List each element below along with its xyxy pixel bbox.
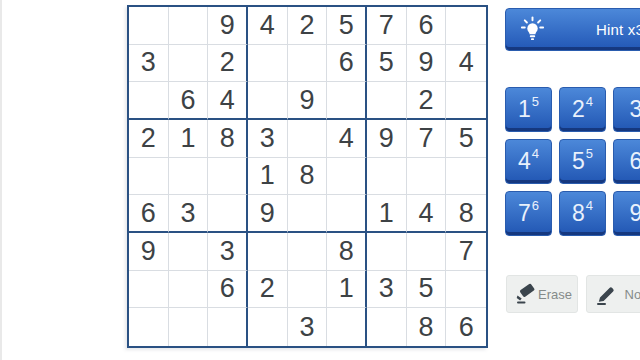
board-cell-r2c2[interactable] <box>169 45 209 83</box>
board-cell-r2c8[interactable]: 9 <box>407 45 447 83</box>
hint-button[interactable]: Hint x3 <box>505 8 640 51</box>
board-cell-r8c9[interactable] <box>446 271 486 309</box>
board-cell-r3c3[interactable]: 4 <box>208 82 248 120</box>
board-cell-r1c8[interactable]: 6 <box>407 7 447 45</box>
board-cell-r5c4[interactable]: 1 <box>248 158 288 196</box>
board-cell-r2c9[interactable]: 4 <box>446 45 486 83</box>
numpad-count: 6 <box>532 199 539 212</box>
board-cell-r4c7[interactable]: 9 <box>367 120 407 158</box>
board-cell-r7c7[interactable] <box>367 233 407 271</box>
numpad-button-3[interactable]: 3 <box>613 87 640 132</box>
hint-label: Hint x3 <box>596 21 640 38</box>
board-cell-r9c6[interactable] <box>327 308 367 346</box>
board-cell-r2c1[interactable]: 3 <box>129 45 169 83</box>
sudoku-app: 9425763265946492218349751863914893876213… <box>0 0 640 360</box>
board-cell-r9c1[interactable] <box>129 308 169 346</box>
numpad-count: 4 <box>532 147 539 160</box>
board-cell-r2c6[interactable]: 6 <box>327 45 367 83</box>
numpad-button-8[interactable]: 84 <box>559 191 606 236</box>
board-cell-r5c3[interactable] <box>208 158 248 196</box>
board-cell-r1c4[interactable]: 4 <box>248 7 288 45</box>
board-cell-r9c7[interactable] <box>367 308 407 346</box>
board-cell-r7c6[interactable]: 8 <box>327 233 367 271</box>
numpad-count: 4 <box>586 199 593 212</box>
board-cell-r7c4[interactable] <box>248 233 288 271</box>
numpad-digit: 8 <box>572 202 585 225</box>
board-cell-r2c5[interactable] <box>288 45 328 83</box>
board-cell-r5c7[interactable] <box>367 158 407 196</box>
board-cell-r2c3[interactable]: 2 <box>208 45 248 83</box>
board-cell-r5c8[interactable] <box>407 158 447 196</box>
board-cell-r6c9[interactable]: 8 <box>446 195 486 233</box>
board-cell-r5c6[interactable] <box>327 158 367 196</box>
board-cell-r1c6[interactable]: 5 <box>327 7 367 45</box>
board-cell-r5c9[interactable] <box>446 158 486 196</box>
numpad-digit: 4 <box>518 150 531 173</box>
board-cell-r9c2[interactable] <box>169 308 209 346</box>
board-cell-r6c4[interactable]: 9 <box>248 195 288 233</box>
board-cell-r1c5[interactable]: 2 <box>288 7 328 45</box>
note-button[interactable]: Note <box>586 275 640 313</box>
board-cell-r8c6[interactable]: 1 <box>327 271 367 309</box>
board-cell-r4c3[interactable]: 8 <box>208 120 248 158</box>
board-cell-r8c8[interactable]: 5 <box>407 271 447 309</box>
board-cell-r3c7[interactable] <box>367 82 407 120</box>
board-cell-r1c3[interactable]: 9 <box>208 7 248 45</box>
note-label: Note <box>625 287 640 302</box>
board-cell-r7c1[interactable]: 9 <box>129 233 169 271</box>
numpad-button-1[interactable]: 15 <box>505 87 552 132</box>
board-cell-r8c1[interactable] <box>129 271 169 309</box>
numpad-button-6[interactable]: 6 <box>613 139 640 184</box>
erase-label: Erase <box>538 287 572 302</box>
numpad-digit: 2 <box>572 98 585 121</box>
board-cell-r8c3[interactable]: 6 <box>208 271 248 309</box>
numpad-digit: 3 <box>630 98 640 121</box>
window-left-edge <box>0 0 2 360</box>
board-cell-r7c5[interactable] <box>288 233 328 271</box>
board-cell-r7c2[interactable] <box>169 233 209 271</box>
board-cell-r6c1[interactable]: 6 <box>129 195 169 233</box>
board-cell-r6c7[interactable]: 1 <box>367 195 407 233</box>
board-cell-r2c7[interactable]: 5 <box>367 45 407 83</box>
numpad-digit: 7 <box>518 202 531 225</box>
board-cell-r3c4[interactable] <box>248 82 288 120</box>
number-pad: 15 24 3 44 55 6 76 84 9 <box>505 87 640 236</box>
board-cell-r4c1[interactable]: 2 <box>129 120 169 158</box>
numpad-button-2[interactable]: 24 <box>559 87 606 132</box>
numpad-button-7[interactable]: 76 <box>505 191 552 236</box>
eraser-icon <box>513 281 538 307</box>
board-cell-r4c9[interactable]: 5 <box>446 120 486 158</box>
board-cell-r9c9[interactable]: 6 <box>446 308 486 346</box>
board-cell-r3c5[interactable]: 9 <box>288 82 328 120</box>
sudoku-board: 9425763265946492218349751863914893876213… <box>127 5 488 348</box>
board-cell-r8c5[interactable] <box>288 271 328 309</box>
numpad-button-5[interactable]: 55 <box>559 139 606 184</box>
board-cell-r3c9[interactable] <box>446 82 486 120</box>
board-cell-r6c6[interactable] <box>327 195 367 233</box>
board-cell-r1c7[interactable]: 7 <box>367 7 407 45</box>
board-cell-r3c6[interactable] <box>327 82 367 120</box>
board-cell-r8c4[interactable]: 2 <box>248 271 288 309</box>
board-cell-r4c4[interactable]: 3 <box>248 120 288 158</box>
board-cell-r9c4[interactable] <box>248 308 288 346</box>
numpad-digit: 1 <box>518 98 531 121</box>
numpad-count: 5 <box>586 147 593 160</box>
numpad-digit: 5 <box>572 150 585 173</box>
board-cell-r5c2[interactable] <box>169 158 209 196</box>
numpad-count: 4 <box>586 95 593 108</box>
board-cell-r6c8[interactable]: 4 <box>407 195 447 233</box>
board-cell-r3c8[interactable]: 2 <box>407 82 447 120</box>
board-cell-r7c8[interactable] <box>407 233 447 271</box>
numpad-count: 5 <box>532 95 539 108</box>
numpad-digit: 6 <box>630 150 640 173</box>
board-cell-r8c2[interactable] <box>169 271 209 309</box>
board-cell-r1c9[interactable] <box>446 7 486 45</box>
board-cell-r7c3[interactable]: 3 <box>208 233 248 271</box>
board-cell-r4c5[interactable] <box>288 120 328 158</box>
board-cell-r3c2[interactable]: 6 <box>169 82 209 120</box>
board-cell-r4c8[interactable]: 7 <box>407 120 447 158</box>
board-cell-r5c1[interactable] <box>129 158 169 196</box>
board-cell-r6c2[interactable]: 3 <box>169 195 209 233</box>
pencil-icon <box>593 281 619 307</box>
board-cell-r2c4[interactable] <box>248 45 288 83</box>
board-cell-r3c1[interactable] <box>129 82 169 120</box>
board-cell-r8c7[interactable]: 3 <box>367 271 407 309</box>
board-cell-r4c6[interactable]: 4 <box>327 120 367 158</box>
numpad-digit: 9 <box>630 202 640 225</box>
numpad-button-9[interactable]: 9 <box>613 191 640 236</box>
board-cell-r7c9[interactable]: 7 <box>446 233 486 271</box>
board-cell-r5c5[interactable]: 8 <box>288 158 328 196</box>
board-cell-r1c2[interactable] <box>169 7 209 45</box>
board-cell-r1c1[interactable] <box>129 7 169 45</box>
board-cell-r9c8[interactable]: 8 <box>407 308 447 346</box>
erase-button[interactable]: Erase <box>506 275 578 313</box>
board-cell-r6c5[interactable] <box>288 195 328 233</box>
numpad-button-4[interactable]: 44 <box>505 139 552 184</box>
board-cell-r6c3[interactable] <box>208 195 248 233</box>
board-cell-r9c3[interactable] <box>208 308 248 346</box>
board-cell-r4c2[interactable]: 1 <box>169 120 209 158</box>
board-cell-r9c5[interactable]: 3 <box>288 308 328 346</box>
lightbulb-icon <box>518 16 546 44</box>
